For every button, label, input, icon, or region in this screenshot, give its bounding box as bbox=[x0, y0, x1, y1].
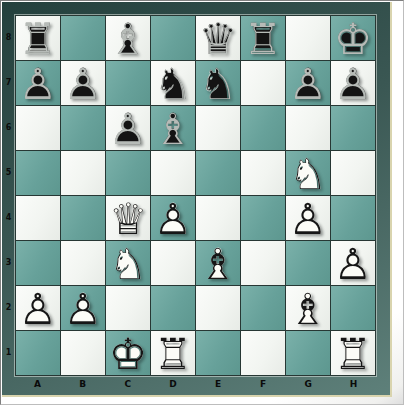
rank-label-8: 8 bbox=[2, 15, 15, 60]
black-knight-glyph: ♞ bbox=[151, 61, 195, 105]
black-pawn-outline: ♙ bbox=[106, 106, 150, 150]
square-a2[interactable]: ♟♙ bbox=[16, 286, 60, 330]
square-e1[interactable] bbox=[196, 331, 240, 375]
white-bishop-e3: ♝♗ bbox=[196, 241, 240, 285]
square-e3[interactable]: ♝♗ bbox=[196, 241, 240, 285]
black-pawn-glyph: ♟ bbox=[16, 61, 60, 105]
file-label-a: A bbox=[15, 377, 60, 393]
square-b2[interactable]: ♟♙ bbox=[61, 286, 105, 330]
black-knight-d7: ♞♘ bbox=[151, 61, 195, 105]
black-rook-a8: ♜♖ bbox=[16, 16, 60, 60]
white-king-c1: ♚♔ bbox=[106, 331, 150, 375]
white-rook-d1: ♜♖ bbox=[151, 331, 195, 375]
file-label-d: D bbox=[150, 377, 195, 393]
white-knight-g5: ♞♘ bbox=[286, 151, 330, 195]
square-g8[interactable] bbox=[286, 16, 330, 60]
black-pawn-h7: ♟♙ bbox=[331, 61, 375, 105]
square-d1[interactable]: ♜♖ bbox=[151, 331, 195, 375]
rank-label-2: 2 bbox=[2, 285, 15, 330]
square-c8[interactable]: ♝♗ bbox=[106, 16, 150, 60]
white-bishop-outline: ♗ bbox=[196, 241, 240, 285]
square-f6[interactable] bbox=[241, 106, 285, 150]
square-h1[interactable]: ♜♖ bbox=[331, 331, 375, 375]
square-d7[interactable]: ♞♘ bbox=[151, 61, 195, 105]
black-king-outline: ♔ bbox=[331, 16, 375, 60]
file-label-g: G bbox=[286, 377, 331, 393]
square-g5[interactable]: ♞♘ bbox=[286, 151, 330, 195]
white-pawn-outline: ♙ bbox=[286, 196, 330, 240]
square-f7[interactable] bbox=[241, 61, 285, 105]
white-rook-glyph: ♜ bbox=[331, 331, 375, 375]
square-b3[interactable] bbox=[61, 241, 105, 285]
square-a5[interactable] bbox=[16, 151, 60, 195]
square-g7[interactable]: ♟♙ bbox=[286, 61, 330, 105]
white-queen-outline: ♕ bbox=[106, 196, 150, 240]
square-e5[interactable] bbox=[196, 151, 240, 195]
white-queen-c4: ♛♕ bbox=[106, 196, 150, 240]
square-f1[interactable] bbox=[241, 331, 285, 375]
square-b1[interactable] bbox=[61, 331, 105, 375]
square-a7[interactable]: ♟♙ bbox=[16, 61, 60, 105]
white-knight-outline: ♘ bbox=[106, 241, 150, 285]
square-h8[interactable]: ♚♔ bbox=[331, 16, 375, 60]
white-pawn-outline: ♙ bbox=[151, 196, 195, 240]
black-rook-outline: ♖ bbox=[16, 16, 60, 60]
white-knight-c3: ♞♘ bbox=[106, 241, 150, 285]
square-c2[interactable] bbox=[106, 286, 150, 330]
white-pawn-glyph: ♟ bbox=[331, 241, 375, 285]
white-pawn-h3: ♟♙ bbox=[331, 241, 375, 285]
white-knight-glyph: ♞ bbox=[106, 241, 150, 285]
black-rook-outline: ♖ bbox=[241, 16, 285, 60]
square-g2[interactable]: ♝♗ bbox=[286, 286, 330, 330]
black-queen-e8: ♛♕ bbox=[196, 16, 240, 60]
white-king-outline: ♔ bbox=[106, 331, 150, 375]
white-pawn-glyph: ♟ bbox=[151, 196, 195, 240]
white-pawn-b2: ♟♙ bbox=[61, 286, 105, 330]
rank-label-6: 6 bbox=[2, 105, 15, 150]
square-d8[interactable] bbox=[151, 16, 195, 60]
white-rook-outline: ♖ bbox=[151, 331, 195, 375]
square-c7[interactable] bbox=[106, 61, 150, 105]
black-king-glyph: ♚ bbox=[331, 16, 375, 60]
rank-label-3: 3 bbox=[2, 240, 15, 285]
square-c4[interactable]: ♛♕ bbox=[106, 196, 150, 240]
square-h4[interactable] bbox=[331, 196, 375, 240]
white-bishop-glyph: ♝ bbox=[196, 241, 240, 285]
square-g3[interactable] bbox=[286, 241, 330, 285]
white-pawn-g4: ♟♙ bbox=[286, 196, 330, 240]
square-b7[interactable]: ♟♙ bbox=[61, 61, 105, 105]
white-pawn-glyph: ♟ bbox=[61, 286, 105, 330]
chess-board: ♜♖♝♗♛♕♜♖♚♔♟♙♟♙♞♘♞♘♟♙♟♙♟♙♝♗♞♘♛♕♟♙♟♙♞♘♝♗♟♙… bbox=[15, 15, 376, 376]
square-c5[interactable] bbox=[106, 151, 150, 195]
square-g6[interactable] bbox=[286, 106, 330, 150]
black-bishop-outline: ♗ bbox=[106, 16, 150, 60]
rank-label-4: 4 bbox=[2, 195, 15, 240]
white-knight-outline: ♘ bbox=[286, 151, 330, 195]
white-pawn-outline: ♙ bbox=[16, 286, 60, 330]
square-f8[interactable]: ♜♖ bbox=[241, 16, 285, 60]
rank-label-5: 5 bbox=[2, 150, 15, 195]
black-pawn-glyph: ♟ bbox=[286, 61, 330, 105]
black-bishop-glyph: ♝ bbox=[106, 16, 150, 60]
black-knight-glyph: ♞ bbox=[196, 61, 240, 105]
square-a4[interactable] bbox=[16, 196, 60, 240]
square-g1[interactable] bbox=[286, 331, 330, 375]
square-f5[interactable] bbox=[241, 151, 285, 195]
white-pawn-glyph: ♟ bbox=[286, 196, 330, 240]
black-pawn-b7: ♟♙ bbox=[61, 61, 105, 105]
black-pawn-c6: ♟♙ bbox=[106, 106, 150, 150]
white-pawn-d4: ♟♙ bbox=[151, 196, 195, 240]
black-knight-outline: ♘ bbox=[151, 61, 195, 105]
white-pawn-a2: ♟♙ bbox=[16, 286, 60, 330]
square-d5[interactable] bbox=[151, 151, 195, 195]
white-pawn-outline: ♙ bbox=[331, 241, 375, 285]
black-queen-glyph: ♛ bbox=[196, 16, 240, 60]
black-pawn-glyph: ♟ bbox=[106, 106, 150, 150]
square-d6[interactable]: ♝♗ bbox=[151, 106, 195, 150]
file-label-h: H bbox=[331, 377, 376, 393]
rank-label-7: 7 bbox=[2, 60, 15, 105]
white-bishop-outline: ♗ bbox=[286, 286, 330, 330]
black-rook-f8: ♜♖ bbox=[241, 16, 285, 60]
black-king-h8: ♚♔ bbox=[331, 16, 375, 60]
square-h6[interactable] bbox=[331, 106, 375, 150]
square-d2[interactable] bbox=[151, 286, 195, 330]
black-bishop-c8: ♝♗ bbox=[106, 16, 150, 60]
black-knight-outline: ♘ bbox=[196, 61, 240, 105]
square-e7[interactable]: ♞♘ bbox=[196, 61, 240, 105]
black-queen-outline: ♕ bbox=[196, 16, 240, 60]
square-g4[interactable]: ♟♙ bbox=[286, 196, 330, 240]
black-knight-e7: ♞♘ bbox=[196, 61, 240, 105]
square-e6[interactable] bbox=[196, 106, 240, 150]
white-pawn-outline: ♙ bbox=[61, 286, 105, 330]
black-pawn-outline: ♙ bbox=[286, 61, 330, 105]
black-bishop-outline: ♗ bbox=[151, 106, 195, 150]
chess-diagram-image: 87654321 ♜♖♝♗♛♕♜♖♚♔♟♙♟♙♞♘♞♘♟♙♟♙♟♙♝♗♞♘♛♕♟… bbox=[0, 0, 404, 405]
white-bishop-g2: ♝♗ bbox=[286, 286, 330, 330]
square-f2[interactable] bbox=[241, 286, 285, 330]
square-h5[interactable] bbox=[331, 151, 375, 195]
square-b4[interactable] bbox=[61, 196, 105, 240]
square-f4[interactable] bbox=[241, 196, 285, 240]
square-h7[interactable]: ♟♙ bbox=[331, 61, 375, 105]
square-d3[interactable] bbox=[151, 241, 195, 285]
file-label-f: F bbox=[241, 377, 286, 393]
black-pawn-outline: ♙ bbox=[16, 61, 60, 105]
square-e4[interactable] bbox=[196, 196, 240, 240]
file-label-c: C bbox=[105, 377, 150, 393]
white-pawn-glyph: ♟ bbox=[16, 286, 60, 330]
square-e8[interactable]: ♛♕ bbox=[196, 16, 240, 60]
square-c1[interactable]: ♚♔ bbox=[106, 331, 150, 375]
square-c6[interactable]: ♟♙ bbox=[106, 106, 150, 150]
file-label-b: B bbox=[60, 377, 105, 393]
black-rook-glyph: ♜ bbox=[241, 16, 285, 60]
file-label-e: E bbox=[196, 377, 241, 393]
black-pawn-g7: ♟♙ bbox=[286, 61, 330, 105]
black-pawn-glyph: ♟ bbox=[61, 61, 105, 105]
rank-label-1: 1 bbox=[2, 330, 15, 375]
black-bishop-glyph: ♝ bbox=[151, 106, 195, 150]
file-labels: ABCDEFGH bbox=[15, 377, 376, 393]
square-e2[interactable] bbox=[196, 286, 240, 330]
square-a3[interactable] bbox=[16, 241, 60, 285]
square-b6[interactable] bbox=[61, 106, 105, 150]
square-a1[interactable] bbox=[16, 331, 60, 375]
square-a6[interactable] bbox=[16, 106, 60, 150]
square-f3[interactable] bbox=[241, 241, 285, 285]
black-pawn-outline: ♙ bbox=[331, 61, 375, 105]
square-d4[interactable]: ♟♙ bbox=[151, 196, 195, 240]
white-rook-h1: ♜♖ bbox=[331, 331, 375, 375]
square-b8[interactable] bbox=[61, 16, 105, 60]
black-rook-glyph: ♜ bbox=[16, 16, 60, 60]
square-b5[interactable] bbox=[61, 151, 105, 195]
square-h2[interactable] bbox=[331, 286, 375, 330]
board-frame: 87654321 ♜♖♝♗♛♕♜♖♚♔♟♙♟♙♞♘♞♘♟♙♟♙♟♙♝♗♞♘♛♕♟… bbox=[2, 2, 392, 397]
white-rook-glyph: ♜ bbox=[151, 331, 195, 375]
black-pawn-a7: ♟♙ bbox=[16, 61, 60, 105]
square-c3[interactable]: ♞♘ bbox=[106, 241, 150, 285]
black-bishop-d6: ♝♗ bbox=[151, 106, 195, 150]
square-h3[interactable]: ♟♙ bbox=[331, 241, 375, 285]
white-knight-glyph: ♞ bbox=[286, 151, 330, 195]
white-queen-glyph: ♛ bbox=[106, 196, 150, 240]
black-pawn-glyph: ♟ bbox=[331, 61, 375, 105]
white-king-glyph: ♚ bbox=[106, 331, 150, 375]
white-bishop-glyph: ♝ bbox=[286, 286, 330, 330]
black-pawn-outline: ♙ bbox=[61, 61, 105, 105]
square-a8[interactable]: ♜♖ bbox=[16, 16, 60, 60]
rank-labels: 87654321 bbox=[2, 15, 15, 375]
white-rook-outline: ♖ bbox=[331, 331, 375, 375]
